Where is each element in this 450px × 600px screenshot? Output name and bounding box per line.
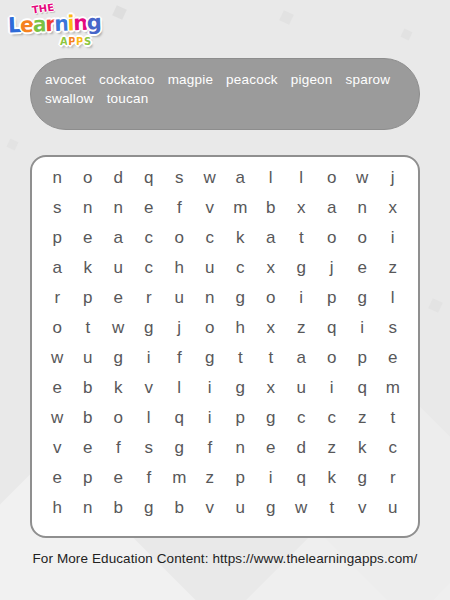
grid-cell-r12c10[interactable]: t — [317, 492, 348, 522]
grid-cell-r2c7[interactable]: m — [225, 192, 256, 222]
word-bank-item: avocet — [45, 70, 86, 89]
grid-cell-r3c8[interactable]: a — [256, 222, 287, 252]
background-confetti — [112, 5, 127, 20]
grid-cell-r9c10[interactable]: c — [317, 402, 348, 432]
grid-cell-r4c10[interactable]: j — [317, 252, 348, 282]
grid-cell-r8c8[interactable]: x — [256, 372, 287, 402]
grid-cell-r8c1[interactable]: e — [42, 372, 73, 402]
grid-cell-r2c3[interactable]: n — [103, 192, 134, 222]
logo-letter: n — [54, 12, 68, 36]
grid-cell-r3c10[interactable]: o — [317, 222, 348, 252]
grid-cell-r4c2[interactable]: k — [73, 252, 104, 282]
grid-cell-r7c1[interactable]: w — [42, 342, 73, 372]
grid-cell-r5c5[interactable]: u — [164, 282, 195, 312]
grid-cell-r5c11[interactable]: g — [347, 282, 378, 312]
logo-learning-text: Learning — [8, 10, 101, 37]
background-confetti — [7, 139, 19, 151]
grid-cell-r2c6[interactable]: v — [195, 192, 226, 222]
grid-cell-r8c3[interactable]: k — [103, 372, 134, 402]
background-confetti — [279, 10, 294, 25]
grid-cell-r10c11[interactable]: k — [347, 432, 378, 462]
word-bank-item: magpie — [168, 70, 213, 89]
grid-cell-r4c5[interactable]: h — [164, 252, 195, 282]
word-bank-item: peacock — [226, 70, 278, 89]
grid-cell-r10c12[interactable]: c — [378, 432, 409, 462]
grid-cell-r2c2[interactable]: n — [73, 192, 104, 222]
grid-cell-r11c11[interactable]: g — [347, 462, 378, 492]
grid-cell-r3c3[interactable]: a — [103, 222, 134, 252]
grid-cell-r2c11[interactable]: n — [347, 192, 378, 222]
grid-cell-r1c9[interactable]: l — [286, 162, 317, 192]
logo-letter: S — [84, 36, 92, 47]
grid-cell-r8c11[interactable]: q — [347, 372, 378, 402]
grid-cell-r7c6[interactable]: g — [195, 342, 226, 372]
grid-cell-r6c2[interactable]: t — [73, 312, 104, 342]
grid-cell-r6c6[interactable]: o — [195, 312, 226, 342]
grid-cell-r3c11[interactable]: o — [347, 222, 378, 252]
grid-cell-r6c8[interactable]: x — [256, 312, 287, 342]
logo-letter: A — [60, 36, 68, 47]
grid-cell-r4c3[interactable]: u — [103, 252, 134, 282]
grid-cell-r8c4[interactable]: v — [134, 372, 165, 402]
grid-cell-r7c12[interactable]: e — [378, 342, 409, 372]
grid-cell-r1c6[interactable]: w — [195, 162, 226, 192]
grid-cell-r3c4[interactable]: c — [134, 222, 165, 252]
grid-cell-r4c8[interactable]: x — [256, 252, 287, 282]
grid-cell-r2c5[interactable]: f — [164, 192, 195, 222]
grid-cell-r11c6[interactable]: z — [195, 462, 226, 492]
grid-cell-r11c2[interactable]: p — [73, 462, 104, 492]
grid-cell-r11c1[interactable]: e — [42, 462, 73, 492]
grid-cell-r9c1[interactable]: w — [42, 402, 73, 432]
grid-cell-r5c12[interactable]: l — [378, 282, 409, 312]
grid-cell-r6c1[interactable]: o — [42, 312, 73, 342]
grid-cell-r6c4[interactable]: g — [134, 312, 165, 342]
grid-cell-r10c9[interactable]: d — [286, 432, 317, 462]
grid-cell-r8c2[interactable]: b — [73, 372, 104, 402]
word-bank-item: sparow — [346, 70, 391, 89]
grid-cell-r4c9[interactable]: g — [286, 252, 317, 282]
grid-cell-r6c11[interactable]: i — [347, 312, 378, 342]
grid-cell-r4c1[interactable]: a — [42, 252, 73, 282]
grid-cell-r1c2[interactable]: o — [73, 162, 104, 192]
grid-cell-r5c10[interactable]: p — [317, 282, 348, 312]
logo-letter: e — [19, 13, 33, 37]
grid-cell-r5c3[interactable]: e — [103, 282, 134, 312]
grid-cell-r12c9[interactable]: w — [286, 492, 317, 522]
grid-cell-r5c8[interactable]: o — [256, 282, 287, 312]
logo-letter: a — [32, 12, 46, 36]
grid-cell-r1c1[interactable]: n — [42, 162, 73, 192]
grid-cell-r5c1[interactable]: r — [42, 282, 73, 312]
grid-cell-r1c4[interactable]: q — [134, 162, 165, 192]
grid-cell-r4c6[interactable]: u — [195, 252, 226, 282]
grid-cell-r2c10[interactable]: a — [317, 192, 348, 222]
grid-cell-r7c2[interactable]: u — [73, 342, 104, 372]
grid-cell-r12c4[interactable]: g — [134, 492, 165, 522]
grid-cell-r10c1[interactable]: v — [42, 432, 73, 462]
grid-cell-r5c6[interactable]: n — [195, 282, 226, 312]
grid-cell-r7c10[interactable]: o — [317, 342, 348, 372]
grid-cell-r3c2[interactable]: e — [73, 222, 104, 252]
grid-cell-r2c4[interactable]: e — [134, 192, 165, 222]
word-bank-item: cockatoo — [99, 70, 155, 89]
grid-cell-r12c1[interactable]: h — [42, 492, 73, 522]
grid-cell-r1c8[interactable]: l — [256, 162, 287, 192]
grid-cell-r11c12[interactable]: r — [378, 462, 409, 492]
grid-cell-r4c11[interactable]: e — [347, 252, 378, 282]
grid-cell-r12c12[interactable]: u — [378, 492, 409, 522]
grid-cell-r10c5[interactable]: g — [164, 432, 195, 462]
background-confetti — [401, 29, 413, 41]
grid-cell-r5c7[interactable]: g — [225, 282, 256, 312]
grid-cell-r7c4[interactable]: i — [134, 342, 165, 372]
grid-cell-r10c2[interactable]: e — [73, 432, 104, 462]
grid-cell-r6c9[interactable]: z — [286, 312, 317, 342]
grid-cell-r12c6[interactable]: v — [195, 492, 226, 522]
word-bank-item: swallow — [45, 89, 94, 108]
logo-letter: P — [76, 36, 84, 47]
grid-cell-r3c5[interactable]: o — [164, 222, 195, 252]
grid-cell-r5c9[interactable]: i — [286, 282, 317, 312]
grid-cell-r7c8[interactable]: t — [256, 342, 287, 372]
grid-cell-r10c6[interactable]: f — [195, 432, 226, 462]
grid-cell-r9c11[interactable]: z — [347, 402, 378, 432]
grid-cell-r1c5[interactable]: s — [164, 162, 195, 192]
grid-cell-r10c8[interactable]: e — [256, 432, 287, 462]
grid-cell-r4c12[interactable]: z — [378, 252, 409, 282]
grid-cell-r11c8[interactable]: i — [256, 462, 287, 492]
logo-letter: n — [73, 11, 87, 35]
grid-cell-r9c4[interactable]: l — [134, 402, 165, 432]
grid-cell-r11c4[interactable]: f — [134, 462, 165, 492]
grid-cell-r12c11[interactable]: v — [347, 492, 378, 522]
grid-cell-r9c6[interactable]: i — [195, 402, 226, 432]
grid-cell-r9c3[interactable]: o — [103, 402, 134, 432]
grid-cell-r1c11[interactable]: w — [347, 162, 378, 192]
logo-letter: L — [8, 13, 21, 37]
grid-cell-r2c8[interactable]: b — [256, 192, 287, 222]
grid-cell-r7c5[interactable]: f — [164, 342, 195, 372]
grid-cell-r12c3[interactable]: b — [103, 492, 134, 522]
logo-apps-text: APPS — [60, 36, 92, 47]
grid-cell-r3c1[interactable]: p — [42, 222, 73, 252]
background-confetti — [428, 298, 443, 313]
grid-cell-r1c7[interactable]: a — [225, 162, 256, 192]
grid-cell-r12c2[interactable]: n — [73, 492, 104, 522]
grid-cell-r1c10[interactable]: o — [317, 162, 348, 192]
grid-cell-r9c7[interactable]: p — [225, 402, 256, 432]
grid-cell-r12c7[interactable]: u — [225, 492, 256, 522]
grid-cell-r6c7[interactable]: h — [225, 312, 256, 342]
grid-cell-r8c9[interactable]: u — [286, 372, 317, 402]
word-bank: avocetcockatoomagpiepeacockpigeonsparows… — [30, 58, 420, 130]
grid-cell-r11c9[interactable]: q — [286, 462, 317, 492]
grid-cell-r7c3[interactable]: g — [103, 342, 134, 372]
grid-cell-r11c5[interactable]: m — [164, 462, 195, 492]
word-bank-item: pigeon — [291, 70, 333, 89]
grid-cell-r10c7[interactable]: n — [225, 432, 256, 462]
grid-cell-r9c12[interactable]: t — [378, 402, 409, 432]
word-bank-item: toucan — [107, 89, 149, 108]
grid-cell-r8c5[interactable]: l — [164, 372, 195, 402]
grid-cell-r10c10[interactable]: z — [317, 432, 348, 462]
grid-cell-r10c4[interactable]: s — [134, 432, 165, 462]
grid-cell-r9c8[interactable]: g — [256, 402, 287, 432]
grid-cell-r8c6[interactable]: i — [195, 372, 226, 402]
grid-cell-r12c8[interactable]: g — [256, 492, 287, 522]
grid-cell-r3c9[interactable]: t — [286, 222, 317, 252]
grid-cell-r5c2[interactable]: p — [73, 282, 104, 312]
the-learning-apps-logo: THE Learning APPS — [8, 3, 112, 53]
grid-cell-r3c12[interactable]: i — [378, 222, 409, 252]
grid-cell-r6c12[interactable]: s — [378, 312, 409, 342]
grid-cell-r1c3[interactable]: d — [103, 162, 134, 192]
grid-cell-r1c12[interactable]: j — [378, 162, 409, 192]
grid-cell-r2c1[interactable]: s — [42, 192, 73, 222]
grid-cell-r5c4[interactable]: r — [134, 282, 165, 312]
word-search-grid: nodqswallowjsnnefvmbxanxpeacockatooiakuc… — [30, 155, 420, 538]
footer-text: For More Education Content: https://www.… — [0, 551, 450, 566]
grid-cell-r6c5[interactable]: j — [164, 312, 195, 342]
grid-cell-r7c7[interactable]: t — [225, 342, 256, 372]
grid-cell-r8c12[interactable]: m — [378, 372, 409, 402]
logo-letter: g — [86, 10, 100, 34]
grid-cell-r11c3[interactable]: e — [103, 462, 134, 492]
grid-cell-r9c5[interactable]: q — [164, 402, 195, 432]
grid-cell-r6c3[interactable]: w — [103, 312, 134, 342]
grid-cell-r11c10[interactable]: k — [317, 462, 348, 492]
grid-cell-r12c5[interactable]: b — [164, 492, 195, 522]
grid-cell-r6c10[interactable]: q — [317, 312, 348, 342]
grid-cell-r11c7[interactable]: p — [225, 462, 256, 492]
grid-cell-r9c9[interactable]: c — [286, 402, 317, 432]
logo-letter: P — [68, 36, 76, 47]
grid-cell-r2c9[interactable]: x — [286, 192, 317, 222]
grid-cell-r9c2[interactable]: b — [73, 402, 104, 432]
grid-cell-r3c6[interactable]: c — [195, 222, 226, 252]
grid-cell-r4c7[interactable]: c — [225, 252, 256, 282]
grid-cell-r7c11[interactable]: p — [347, 342, 378, 372]
grid-cell-r2c12[interactable]: x — [378, 192, 409, 222]
grid-cell-r10c3[interactable]: f — [103, 432, 134, 462]
grid-cell-r8c10[interactable]: i — [317, 372, 348, 402]
grid-cell-r4c4[interactable]: c — [134, 252, 165, 282]
grid-cell-r3c7[interactable]: k — [225, 222, 256, 252]
grid-cell-r7c9[interactable]: a — [286, 342, 317, 372]
grid-cell-r8c7[interactable]: g — [225, 372, 256, 402]
